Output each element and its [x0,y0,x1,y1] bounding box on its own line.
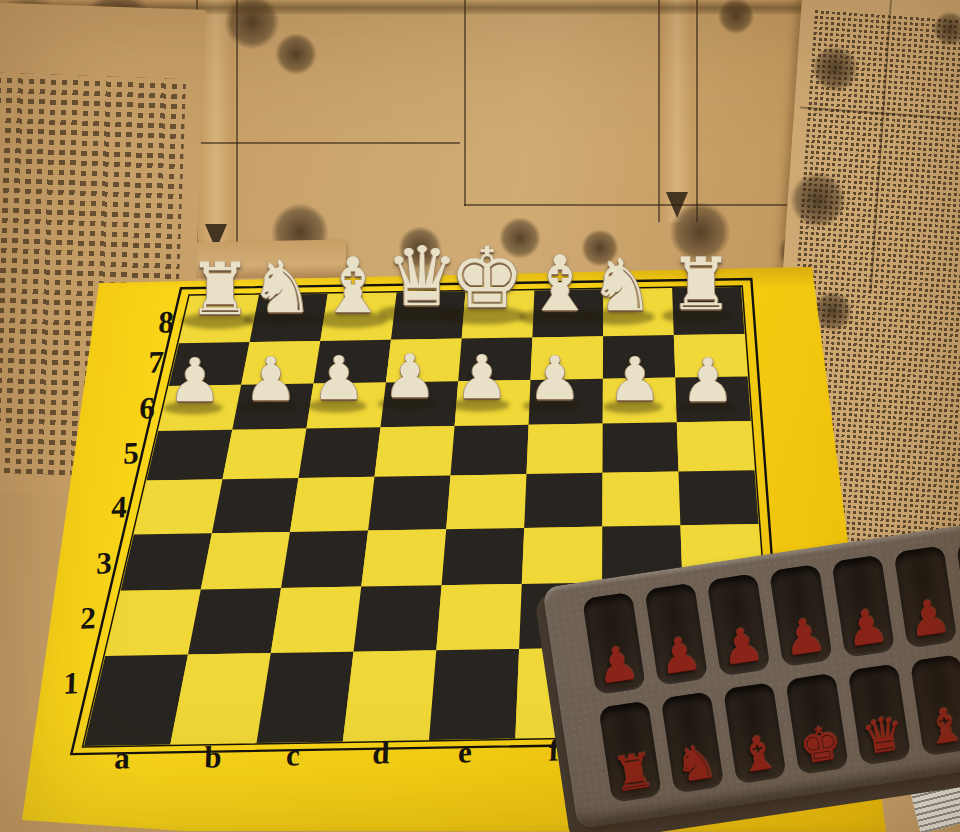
ivory-king-e8: ♚ [449,236,524,320]
square-e5 [451,425,529,476]
square-d2 [354,585,442,651]
square-e3 [442,528,525,585]
square-b2 [188,588,281,655]
tray-recess: ♟ [956,536,960,639]
red-queen: ♛ [858,708,907,761]
rank-label-6: 6 [139,392,156,424]
square-g5 [603,422,679,473]
red-rook: ♜ [609,746,658,799]
red-knight: ♞ [671,736,720,789]
file-label-a: a [114,742,131,774]
file-label-d: d [372,737,390,769]
tray-recess: ♟ [769,564,833,667]
rank-label-2: 2 [80,602,97,634]
ivory-pawn-g7: ♟ [608,349,662,409]
red-pawn: ♟ [904,591,953,644]
square-g4 [602,472,680,527]
rank-label-5: 5 [123,437,140,469]
square-f3 [522,527,603,584]
red-pawn: ♟ [655,628,704,681]
ivory-pawn-f7: ♟ [528,348,582,408]
ivory-pawn-d7: ♟ [383,346,437,406]
rank-label-8: 8 [158,306,175,338]
ivory-pawn-b7: ♟ [244,349,298,409]
square-f5 [527,424,603,475]
red-king: ♚ [796,718,845,771]
square-c2 [271,587,362,654]
ivory-queen-d8: ♛ [385,236,459,318]
ivory-pawn-a7: ♟ [168,350,222,410]
red-pawn: ♟ [780,609,829,662]
square-e4 [446,474,526,529]
ivory-knight-g8: ♞ [590,249,655,321]
square-c5 [299,427,381,478]
square-e2 [436,584,522,650]
square-b4 [212,478,299,533]
red-bishop: ♝ [734,727,783,780]
ivory-rook-h8: ♜ [669,248,734,320]
rank-label-1: 1 [63,667,80,699]
red-pawn: ♟ [842,600,891,653]
tray-recess: ♟ [707,573,771,676]
rank-label-3: 3 [96,547,113,579]
square-a3 [121,533,212,591]
ivory-pawn-c7: ♟ [312,348,366,408]
square-d4 [368,475,450,530]
tray-recess: ♞ [661,691,725,794]
square-e1 [429,649,519,740]
file-label-b: b [204,741,222,773]
product-photo-scene: 87654321abcdefgh ♜♞♝♛♚♝♞♜♟♟♟♟♟♟♟♟ ♟♟♟♟♟♟… [0,0,960,832]
tray-recess: ♜ [598,700,662,803]
square-d5 [375,426,455,477]
square-c4 [290,477,375,532]
ivory-pawn-e7: ♟ [455,347,509,407]
ivory-pawn-h7: ♟ [681,350,735,410]
file-label-e: e [458,736,473,768]
tray-recess: ♟ [831,555,895,658]
ivory-knight-b8: ♞ [250,251,315,323]
file-label-c: c [286,739,301,771]
red-pawn: ♟ [717,619,766,672]
square-h5 [677,421,755,471]
square-b5 [223,429,307,480]
ivory-bishop-f8: ♝ [526,246,594,322]
tray-recess: ♚ [785,672,849,775]
square-h4 [679,470,759,525]
tray-recess: ♟ [894,545,958,648]
rank-label-7: 7 [148,346,165,378]
square-d3 [361,529,446,586]
red-bishop: ♝ [920,699,960,752]
tray-recess: ♝ [723,681,787,784]
square-a1 [84,655,188,746]
square-c1 [257,652,354,743]
square-a4 [134,479,223,534]
tray-recess: ♟ [644,582,708,685]
red-pawn: ♟ [593,637,642,690]
square-f4 [524,473,602,528]
square-a5 [147,430,233,481]
tray-recess: ♟ [582,592,646,695]
square-c3 [281,531,368,589]
square-a2 [105,589,201,656]
ivory-rook-a8: ♜ [188,253,253,325]
square-d1 [343,650,437,741]
rank-label-4: 4 [111,491,128,523]
square-b3 [201,532,290,590]
tray-recess: ♝ [910,654,960,757]
tray-recess: ♛ [848,663,912,766]
